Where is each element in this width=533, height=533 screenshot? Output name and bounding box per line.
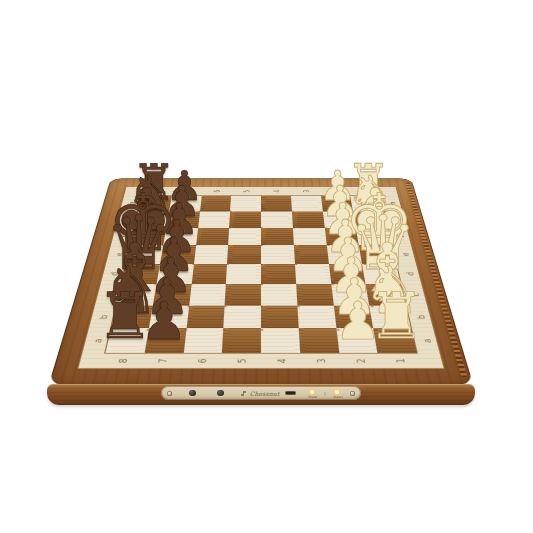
square-g5[interactable]: [229, 211, 261, 227]
square-d5[interactable]: [226, 264, 261, 284]
square-h3[interactable]: [291, 196, 323, 211]
square-e4[interactable]: [261, 245, 295, 264]
square-f4[interactable]: [261, 228, 294, 246]
square-b4[interactable]: [261, 305, 298, 328]
square-g6[interactable]: [198, 211, 231, 227]
status-led-label: Status: [326, 395, 350, 399]
power-led: [310, 390, 314, 394]
square-f6[interactable]: [196, 228, 230, 246]
square-c4[interactable]: [261, 284, 297, 305]
square-g4[interactable]: [261, 211, 293, 227]
checker-emblem-icon: [241, 391, 246, 396]
square-f3[interactable]: [293, 228, 327, 246]
rank-labels-near: 87654321: [101, 354, 422, 369]
square-c6[interactable]: [189, 284, 226, 305]
square-d4[interactable]: [261, 264, 296, 284]
screw-icon: [350, 391, 355, 396]
square-b5[interactable]: [224, 305, 261, 328]
square-g3[interactable]: [292, 211, 325, 227]
square-a5[interactable]: [222, 328, 261, 353]
square-e3[interactable]: [294, 245, 329, 264]
square-d6[interactable]: [191, 264, 227, 284]
function-button[interactable]: [217, 390, 224, 397]
square-a4[interactable]: [261, 328, 300, 353]
board-front-edge: Chessnut Power ᛒ Status: [47, 384, 475, 405]
square-h5[interactable]: [230, 196, 261, 211]
square-f5[interactable]: [228, 228, 261, 246]
screw-icon: [167, 391, 172, 396]
square-b6[interactable]: [186, 305, 225, 328]
black-pawn-a7[interactable]: ♟: [141, 295, 188, 347]
scene: 87654321 87654321 hgfedcba hgfedcba Ches…: [0, 0, 533, 533]
square-a3[interactable]: [298, 328, 338, 353]
power-led-label: Power: [301, 395, 325, 399]
square-a6[interactable]: [183, 328, 223, 353]
square-c5[interactable]: [225, 284, 261, 305]
square-h6[interactable]: [200, 196, 232, 211]
square-h4[interactable]: [261, 196, 292, 211]
control-panel: Chessnut Power ᛒ Status: [161, 386, 361, 400]
power-button[interactable]: [189, 390, 196, 397]
status-led: [335, 390, 339, 394]
square-e5[interactable]: [227, 245, 261, 264]
square-c3[interactable]: [296, 284, 333, 305]
square-e6[interactable]: [194, 245, 229, 264]
brand-logo: Chessnut: [250, 390, 280, 397]
square-b3[interactable]: [297, 305, 336, 328]
white-rook-a1[interactable]: ♜: [368, 285, 425, 348]
usb-c-port[interactable]: [285, 391, 296, 395]
square-d3[interactable]: [295, 264, 331, 284]
